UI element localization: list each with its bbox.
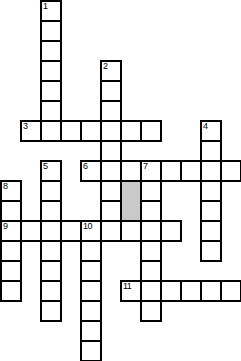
- grid-cell[interactable]: [100, 120, 122, 142]
- grid-cell[interactable]: 8: [0, 180, 22, 202]
- grid-cell[interactable]: [0, 200, 22, 222]
- grid-cell[interactable]: 9: [0, 220, 22, 242]
- grid-cell[interactable]: 6: [80, 160, 102, 182]
- grid-cell[interactable]: [40, 280, 62, 302]
- grid-cell[interactable]: [160, 160, 182, 182]
- grid-cell[interactable]: [200, 220, 222, 242]
- clue-number: 9: [3, 222, 8, 231]
- grid-cell[interactable]: [220, 160, 241, 182]
- grid-cell[interactable]: [180, 160, 202, 182]
- grid-cell[interactable]: [200, 280, 222, 302]
- grid-cell[interactable]: [40, 260, 62, 282]
- grid-cell[interactable]: [40, 180, 62, 202]
- grid-cell[interactable]: [100, 100, 122, 122]
- grid-cell[interactable]: [0, 280, 22, 302]
- clue-number: 5: [43, 162, 48, 171]
- grid-cell[interactable]: [40, 60, 62, 82]
- grid-cell[interactable]: [0, 240, 22, 262]
- grid-cell[interactable]: [40, 300, 62, 322]
- grid-cell[interactable]: 1: [40, 0, 62, 22]
- grid-cell[interactable]: [80, 320, 102, 342]
- crossword-page: 1234567891011: [0, 0, 241, 361]
- grid-cell[interactable]: [100, 200, 122, 222]
- clue-number: 11: [123, 282, 131, 291]
- grid-cell[interactable]: 10: [80, 220, 102, 242]
- grid-cell[interactable]: [140, 240, 162, 262]
- clue-number: 6: [83, 162, 88, 171]
- grid-cell[interactable]: [200, 200, 222, 222]
- grid-cell[interactable]: [100, 140, 122, 162]
- grid-cell[interactable]: [40, 40, 62, 62]
- clue-number: 1: [43, 2, 48, 11]
- grid-cell[interactable]: [100, 180, 122, 202]
- grid-cell[interactable]: [40, 20, 62, 42]
- grid-cell[interactable]: [80, 300, 102, 322]
- grid-cell[interactable]: [160, 220, 182, 242]
- grid-cell[interactable]: [140, 300, 162, 322]
- grid-cell[interactable]: [140, 260, 162, 282]
- grid-cell[interactable]: 2: [100, 60, 122, 82]
- grid-cell[interactable]: 3: [20, 120, 42, 142]
- grid-cell[interactable]: [100, 220, 122, 242]
- grid-cell[interactable]: [140, 280, 162, 302]
- grid-cell[interactable]: [40, 80, 62, 102]
- clue-number: 3: [23, 122, 28, 131]
- grid-cell[interactable]: [140, 200, 162, 222]
- grid-cell[interactable]: 5: [40, 160, 62, 182]
- grid-cell[interactable]: [80, 340, 102, 361]
- grid-cell[interactable]: [100, 160, 122, 182]
- grid-cell[interactable]: [120, 160, 142, 182]
- grid-cell[interactable]: [40, 100, 62, 122]
- grid-cell[interactable]: [40, 240, 62, 262]
- clue-number: 10: [83, 222, 92, 231]
- blocked-cell: [120, 180, 142, 222]
- grid-cell[interactable]: [120, 220, 142, 242]
- grid-cell[interactable]: 4: [200, 120, 222, 142]
- grid-cell[interactable]: [180, 280, 202, 302]
- crossword-grid: 1234567891011: [0, 0, 241, 361]
- grid-cell[interactable]: [140, 180, 162, 202]
- grid-cell[interactable]: [80, 240, 102, 262]
- grid-cell[interactable]: [60, 220, 82, 242]
- grid-cell[interactable]: [140, 120, 162, 142]
- clue-number: 2: [103, 62, 108, 71]
- grid-cell[interactable]: [160, 280, 182, 302]
- grid-cell[interactable]: [120, 120, 142, 142]
- grid-cell[interactable]: [40, 200, 62, 222]
- grid-cell[interactable]: [80, 120, 102, 142]
- grid-cell[interactable]: [200, 160, 222, 182]
- clue-number: 8: [3, 182, 8, 191]
- grid-cell[interactable]: [140, 220, 162, 242]
- grid-cell[interactable]: [0, 260, 22, 282]
- clue-number: 4: [203, 122, 208, 131]
- grid-cell[interactable]: [40, 220, 62, 242]
- grid-cell[interactable]: [20, 220, 42, 242]
- grid-cell[interactable]: [220, 280, 241, 302]
- grid-cell[interactable]: [40, 120, 62, 142]
- grid-cell[interactable]: 7: [140, 160, 162, 182]
- clue-number: 7: [143, 162, 148, 171]
- grid-cell[interactable]: [100, 80, 122, 102]
- grid-cell[interactable]: 11: [120, 280, 142, 302]
- grid-cell[interactable]: [200, 240, 222, 262]
- grid-cell[interactable]: [60, 120, 82, 142]
- grid-cell[interactable]: [80, 260, 102, 282]
- grid-cell[interactable]: [80, 280, 102, 302]
- grid-cell[interactable]: [200, 140, 222, 162]
- grid-cell[interactable]: [200, 180, 222, 202]
